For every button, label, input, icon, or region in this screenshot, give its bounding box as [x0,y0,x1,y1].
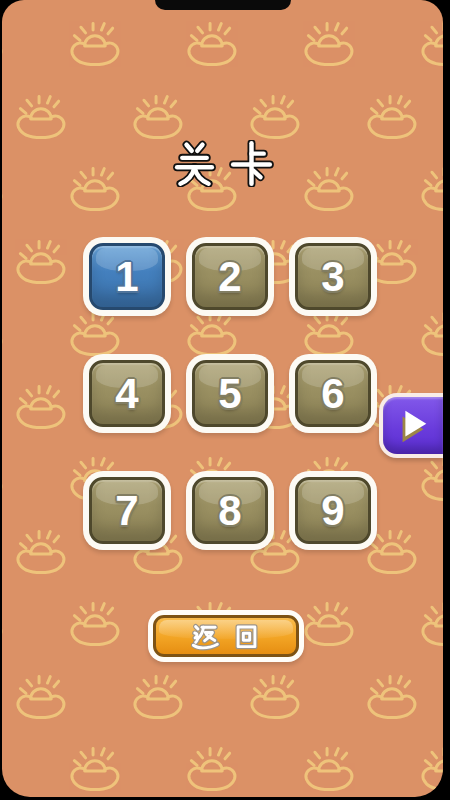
level-number: 1 [115,256,138,298]
title-char-guan-glyph [171,140,218,187]
gold-ingot-icon [417,309,443,361]
level-button-face: 1 [89,243,165,310]
gold-ingot-icon [2,19,5,71]
gold-ingot-icon [129,92,185,144]
level-button-2[interactable]: 2 [186,237,274,316]
gold-ingot-icon [66,19,122,71]
gold-ingot-icon [300,599,356,651]
gold-ingot-icon [2,599,5,651]
gold-ingot-icon [66,599,122,651]
gold-ingot-icon [12,382,68,434]
level-button-4[interactable]: 4 [83,354,171,433]
gold-ingot-icon [2,744,5,796]
gold-ingot-icon [12,527,68,579]
level-button-face: 2 [192,243,268,310]
level-button-9[interactable]: 9 [289,471,377,550]
level-button-face: 3 [295,243,371,310]
level-button-8[interactable]: 8 [186,471,274,550]
play-triangle-icon [394,405,432,447]
level-button-face: 9 [295,477,371,544]
gold-ingot-icon [246,672,302,724]
level-number: 8 [218,490,241,532]
back-char-fan-glyph [191,622,220,651]
gold-ingot-icon [246,92,302,144]
back-button[interactable]: 返回 [148,610,304,662]
level-number: 5 [218,373,241,415]
page-title: 关卡 [2,140,443,187]
level-button-1[interactable]: 1 [83,237,171,316]
level-number: 2 [218,256,241,298]
level-button-5[interactable]: 5 [186,354,274,433]
play-button-face [383,397,443,454]
gold-ingot-icon [66,744,122,796]
phone-notch [155,0,291,10]
play-button[interactable] [379,393,443,458]
level-button-face: 7 [89,477,165,544]
level-button-face: 4 [89,360,165,427]
gold-ingot-icon [363,672,419,724]
level-button-face: 8 [192,477,268,544]
gold-ingot-icon [363,92,419,144]
level-button-face: 5 [192,360,268,427]
back-button-face: 返回 [153,615,299,657]
level-grid: 123456789 [83,237,377,550]
gold-ingot-icon [417,454,443,506]
level-number: 6 [321,373,344,415]
level-number: 7 [115,490,138,532]
title-char-ka-glyph [228,140,275,187]
gold-ingot-icon [417,599,443,651]
level-button-7[interactable]: 7 [83,471,171,550]
gold-ingot-icon [300,744,356,796]
gold-ingot-icon [183,744,239,796]
gold-ingot-icon [300,19,356,71]
gold-ingot-icon [183,19,239,71]
gold-ingot-icon [417,19,443,71]
level-button-6[interactable]: 6 [289,354,377,433]
page-title-text: 关卡 [222,140,223,141]
gold-ingot-icon [417,744,443,796]
app-screen: 关卡 123456789 返回 [2,0,443,797]
gold-ingot-icon [2,309,5,361]
gold-ingot-icon [12,237,68,289]
level-number: 3 [321,256,344,298]
gold-ingot-icon [2,454,5,506]
gold-ingot-icon [12,92,68,144]
level-number: 4 [115,373,138,415]
back-char-hui-glyph [232,622,261,651]
back-button-gloss [159,620,293,639]
level-button-face: 6 [295,360,371,427]
level-button-3[interactable]: 3 [289,237,377,316]
level-number: 9 [321,490,344,532]
gold-ingot-icon [129,672,185,724]
gold-ingot-icon [12,672,68,724]
